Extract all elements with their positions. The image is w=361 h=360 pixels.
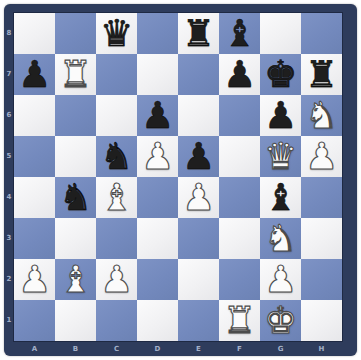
file-label-b: B — [55, 343, 96, 356]
square-f5[interactable] — [219, 136, 260, 177]
square-g3[interactable]: ♞ — [260, 218, 301, 259]
piece-white-queen: ♛ — [264, 136, 297, 177]
square-f2[interactable] — [219, 259, 260, 300]
chess-board: ♛♜♝♟♜♟♚♜♟♟♞♞♟♟♛♟♞♝♟♝♞♟♝♟♟♜♚ — [14, 13, 342, 341]
square-h5[interactable]: ♟ — [301, 136, 342, 177]
piece-black-pawn: ♟ — [264, 95, 297, 136]
piece-white-knight: ♞ — [305, 95, 338, 136]
square-a2[interactable]: ♟ — [14, 259, 55, 300]
square-g2[interactable]: ♟ — [260, 259, 301, 300]
square-h1[interactable] — [301, 300, 342, 341]
square-c6[interactable] — [96, 95, 137, 136]
file-label-c: C — [96, 343, 137, 356]
rank-label-3: 3 — [4, 218, 14, 259]
square-f6[interactable] — [219, 95, 260, 136]
square-e5[interactable]: ♟ — [178, 136, 219, 177]
square-b8[interactable] — [55, 13, 96, 54]
square-g6[interactable]: ♟ — [260, 95, 301, 136]
square-b3[interactable] — [55, 218, 96, 259]
piece-white-rook: ♜ — [59, 54, 92, 95]
square-f3[interactable] — [219, 218, 260, 259]
square-c7[interactable] — [96, 54, 137, 95]
chess-diagram: ♛♜♝♟♜♟♚♜♟♟♞♞♟♟♛♟♞♝♟♝♞♟♝♟♟♜♚ 87654321 ABC… — [0, 0, 361, 360]
piece-white-pawn: ♟ — [141, 136, 174, 177]
piece-white-bishop: ♝ — [59, 259, 92, 300]
square-a6[interactable] — [14, 95, 55, 136]
rank-label-1: 1 — [4, 300, 14, 341]
board-frame: ♛♜♝♟♜♟♚♜♟♟♞♞♟♟♛♟♞♝♟♝♞♟♝♟♟♜♚ 87654321 ABC… — [4, 4, 357, 356]
file-label-e: E — [178, 343, 219, 356]
piece-white-king: ♚ — [264, 300, 297, 341]
rank-label-5: 5 — [4, 136, 14, 177]
square-h8[interactable] — [301, 13, 342, 54]
square-c8[interactable]: ♛ — [96, 13, 137, 54]
square-f4[interactable] — [219, 177, 260, 218]
square-f1[interactable]: ♜ — [219, 300, 260, 341]
square-c1[interactable] — [96, 300, 137, 341]
piece-black-bishop: ♝ — [264, 177, 297, 218]
piece-black-knight: ♞ — [59, 177, 92, 218]
square-h6[interactable]: ♞ — [301, 95, 342, 136]
square-f7[interactable]: ♟ — [219, 54, 260, 95]
piece-white-knight: ♞ — [264, 218, 297, 259]
piece-black-rook: ♜ — [182, 13, 215, 54]
square-c4[interactable]: ♝ — [96, 177, 137, 218]
piece-white-pawn: ♟ — [182, 177, 215, 218]
piece-white-pawn: ♟ — [18, 259, 51, 300]
square-b7[interactable]: ♜ — [55, 54, 96, 95]
square-a1[interactable] — [14, 300, 55, 341]
rank-label-6: 6 — [4, 95, 14, 136]
square-h7[interactable]: ♜ — [301, 54, 342, 95]
file-label-f: F — [219, 343, 260, 356]
square-c2[interactable]: ♟ — [96, 259, 137, 300]
square-a4[interactable] — [14, 177, 55, 218]
square-g5[interactable]: ♛ — [260, 136, 301, 177]
rank-label-7: 7 — [4, 54, 14, 95]
square-g8[interactable] — [260, 13, 301, 54]
square-b5[interactable] — [55, 136, 96, 177]
square-g4[interactable]: ♝ — [260, 177, 301, 218]
file-label-h: H — [301, 343, 342, 356]
piece-black-pawn: ♟ — [182, 136, 215, 177]
square-a7[interactable]: ♟ — [14, 54, 55, 95]
file-label-g: G — [260, 343, 301, 356]
square-c5[interactable]: ♞ — [96, 136, 137, 177]
file-label-a: A — [14, 343, 55, 356]
square-e1[interactable] — [178, 300, 219, 341]
square-e7[interactable] — [178, 54, 219, 95]
square-d4[interactable] — [137, 177, 178, 218]
square-h3[interactable] — [301, 218, 342, 259]
square-e2[interactable] — [178, 259, 219, 300]
file-label-d: D — [137, 343, 178, 356]
piece-black-pawn: ♟ — [18, 54, 51, 95]
square-d5[interactable]: ♟ — [137, 136, 178, 177]
square-g1[interactable]: ♚ — [260, 300, 301, 341]
piece-white-pawn: ♟ — [100, 259, 133, 300]
square-g7[interactable]: ♚ — [260, 54, 301, 95]
square-e4[interactable]: ♟ — [178, 177, 219, 218]
piece-black-pawn: ♟ — [223, 54, 256, 95]
square-b6[interactable] — [55, 95, 96, 136]
rank-label-2: 2 — [4, 259, 14, 300]
rank-label-8: 8 — [4, 13, 14, 54]
square-d2[interactable] — [137, 259, 178, 300]
piece-white-pawn: ♟ — [264, 259, 297, 300]
square-f8[interactable]: ♝ — [219, 13, 260, 54]
square-e3[interactable] — [178, 218, 219, 259]
square-b1[interactable] — [55, 300, 96, 341]
square-e6[interactable] — [178, 95, 219, 136]
rank-label-4: 4 — [4, 177, 14, 218]
square-b2[interactable]: ♝ — [55, 259, 96, 300]
piece-black-king: ♚ — [264, 54, 297, 95]
piece-black-pawn: ♟ — [141, 95, 174, 136]
piece-black-knight: ♞ — [100, 136, 133, 177]
square-h2[interactable] — [301, 259, 342, 300]
piece-black-bishop: ♝ — [223, 13, 256, 54]
piece-white-rook: ♜ — [223, 300, 256, 341]
piece-black-queen: ♛ — [100, 13, 133, 54]
square-b4[interactable]: ♞ — [55, 177, 96, 218]
square-h4[interactable] — [301, 177, 342, 218]
square-d7[interactable] — [137, 54, 178, 95]
square-d1[interactable] — [137, 300, 178, 341]
piece-black-rook: ♜ — [305, 54, 338, 95]
square-c3[interactable] — [96, 218, 137, 259]
square-a8[interactable] — [14, 13, 55, 54]
piece-white-pawn: ♟ — [305, 136, 338, 177]
square-a3[interactable] — [14, 218, 55, 259]
square-d6[interactable]: ♟ — [137, 95, 178, 136]
square-d3[interactable] — [137, 218, 178, 259]
square-d8[interactable] — [137, 13, 178, 54]
piece-white-bishop: ♝ — [100, 177, 133, 218]
square-e8[interactable]: ♜ — [178, 13, 219, 54]
square-a5[interactable] — [14, 136, 55, 177]
